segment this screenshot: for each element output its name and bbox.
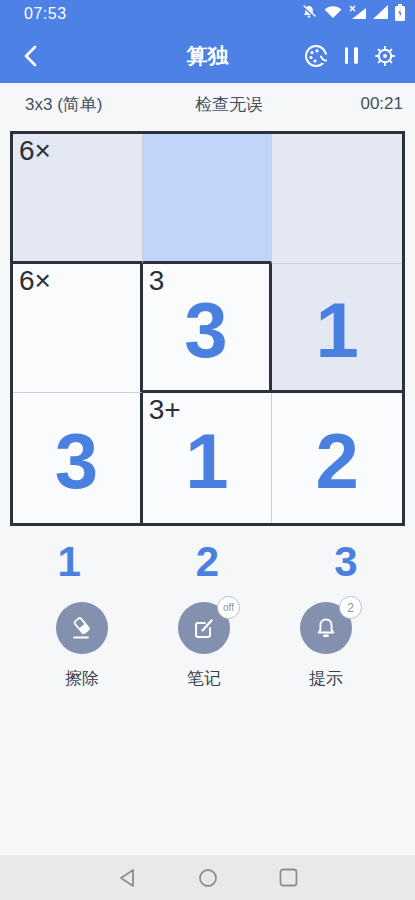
status-time: 07:53 [24,5,67,23]
cage-label: 3 [149,266,165,297]
hint-button[interactable]: 2 提示 [300,602,352,690]
hint-label: 提示 [309,667,343,690]
nav-recents-button[interactable] [274,863,304,893]
cell-r1c0[interactable]: 6× [13,264,143,394]
android-nav-bar [0,855,415,900]
cell-r0c2[interactable] [272,134,402,264]
cell-r0c1-selected[interactable] [143,134,273,264]
cell-value: 2 [315,416,358,500]
battery-charging-icon [395,4,405,25]
notes-pencil-icon [191,615,217,641]
signal-icon [373,5,388,23]
cell-r0c0[interactable]: 6× [13,134,143,264]
cell-value: 3 [184,285,227,369]
numpad-2[interactable]: 2 [138,538,276,586]
eraser-icon [69,615,95,641]
nav-recents-icon [279,868,298,887]
hint-badge: 2 [339,596,362,619]
timer: 00:21 [333,94,403,114]
settings-button[interactable] [369,40,401,72]
bell-icon [313,615,339,641]
pause-button[interactable] [335,40,367,72]
erase-label: 擦除 [65,667,99,690]
tool-bar: 擦除 off 笔记 2 提示 [56,602,352,690]
cell-r2c2[interactable]: 2 [272,393,402,523]
back-button[interactable] [14,40,46,72]
nav-back-icon [118,868,136,888]
signal-no-service-icon [349,5,366,23]
gear-icon [373,44,397,68]
nav-home-icon [198,868,218,888]
wifi-icon [324,5,342,23]
nav-home-button[interactable] [193,863,223,893]
notes-badge: off [217,596,240,619]
bell-muted-icon [301,4,317,24]
cage-label: 6× [19,136,51,167]
numpad-3[interactable]: 3 [277,538,415,586]
difficulty-label: 3x3 (简单) [25,93,155,116]
kenken-board: 6× 6× 3 3 1 3 3+ 1 2 [10,131,405,526]
cell-value: 3 [55,416,98,500]
app-bar: 算独 [0,28,415,83]
cell-r1c2[interactable]: 1 [272,264,402,394]
pause-icon [345,47,358,64]
notes-label: 笔记 [187,667,221,690]
erase-button[interactable]: 擦除 [56,602,108,690]
numpad-1[interactable]: 1 [0,538,138,586]
theme-palette-button[interactable] [301,40,333,72]
cell-r1c1[interactable]: 3 3 [143,264,273,394]
cell-value: 1 [185,416,228,500]
check-status: 检查无误 [155,93,303,116]
status-bar: 07:53 [0,0,415,28]
notes-button[interactable]: off 笔记 [178,602,230,690]
nav-back-button[interactable] [112,863,142,893]
cage-label: 6× [19,266,51,297]
cell-value: 1 [315,285,358,369]
cage-label: 3+ [149,395,181,426]
cell-r2c0[interactable]: 3 [13,393,143,523]
info-bar: 3x3 (简单) 检查无误 00:21 [0,83,415,125]
number-pad: 1 2 3 [0,538,415,586]
cell-r2c1[interactable]: 3+ 1 [143,393,273,523]
